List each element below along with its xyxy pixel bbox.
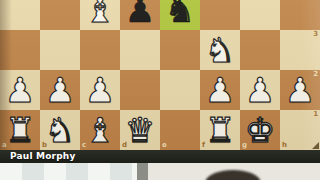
white-bishop[interactable]: ♝: [80, 0, 120, 30]
square-a1[interactable]: ♜a: [0, 110, 40, 150]
black-knight[interactable]: ♞: [160, 0, 200, 30]
square-b1[interactable]: ♞b: [40, 110, 80, 150]
caption-bar: Paul Morphy: [0, 150, 320, 163]
square-c3[interactable]: [80, 30, 120, 70]
black-pawn[interactable]: ♟: [120, 0, 160, 30]
square-f4[interactable]: [200, 0, 240, 30]
square-f3[interactable]: ♞: [200, 30, 240, 70]
square-g3[interactable]: [240, 30, 280, 70]
square-b4[interactable]: [40, 0, 80, 30]
white-knight[interactable]: ♞: [200, 30, 240, 70]
square-c2[interactable]: ♟: [80, 70, 120, 110]
file-label-a: a: [2, 142, 7, 149]
file-label-g: g: [242, 142, 247, 149]
white-pawn[interactable]: ♟: [80, 70, 120, 110]
square-b3[interactable]: [40, 30, 80, 70]
square-d1[interactable]: ♛d: [120, 110, 160, 150]
file-label-d: d: [122, 142, 127, 149]
square-b2[interactable]: ♟: [40, 70, 80, 110]
square-a3[interactable]: [0, 30, 40, 70]
webcam-left-edge: [137, 163, 148, 180]
white-pawn[interactable]: ♟: [200, 70, 240, 110]
webcam-video: [137, 163, 320, 180]
file-label-c: c: [82, 142, 86, 149]
rank-label-2: 2: [313, 71, 318, 78]
square-c1[interactable]: ♝c: [80, 110, 120, 150]
square-f2[interactable]: ♟: [200, 70, 240, 110]
square-e2[interactable]: [160, 70, 200, 110]
lower-video-strip: [0, 163, 137, 180]
square-h4[interactable]: 4: [280, 0, 320, 30]
square-f1[interactable]: ♜f: [200, 110, 240, 150]
person-head: [205, 170, 261, 180]
white-pawn[interactable]: ♟: [240, 70, 280, 110]
square-d4[interactable]: ♟: [120, 0, 160, 30]
board-grid: ♝♟♞4♞3♟♟♟♟♟♟2♜a♞b♝c♛de♜f♚g1h: [0, 0, 320, 150]
square-c4[interactable]: ♝: [80, 0, 120, 30]
square-g1[interactable]: ♚g: [240, 110, 280, 150]
white-pawn[interactable]: ♟: [40, 70, 80, 110]
chess-board: ♝♟♞4♞3♟♟♟♟♟♟2♜a♞b♝c♛de♜f♚g1h: [0, 0, 320, 150]
file-label-e: e: [162, 142, 167, 149]
square-g4[interactable]: [240, 0, 280, 30]
square-e1[interactable]: e: [160, 110, 200, 150]
file-label-f: f: [202, 142, 205, 149]
square-e4[interactable]: ♞: [160, 0, 200, 30]
white-pawn[interactable]: ♟: [0, 70, 40, 110]
player-name-text: Paul Morphy: [10, 151, 76, 161]
video-frame: ♝♟♞4♞3♟♟♟♟♟♟2♜a♞b♝c♛de♜f♚g1h Paul Morphy: [0, 0, 320, 180]
square-d3[interactable]: [120, 30, 160, 70]
square-g2[interactable]: ♟: [240, 70, 280, 110]
file-label-h: h: [282, 142, 287, 149]
white-rook[interactable]: ♜: [200, 110, 240, 150]
square-h2[interactable]: ♟2: [280, 70, 320, 110]
rank-label-3: 3: [313, 31, 318, 38]
square-e3[interactable]: [160, 30, 200, 70]
square-a2[interactable]: ♟: [0, 70, 40, 110]
file-label-b: b: [42, 142, 47, 149]
bottom-strip: [0, 163, 320, 180]
square-d2[interactable]: [120, 70, 160, 110]
rank-label-1: 1: [313, 111, 318, 118]
board-resize-handle-icon[interactable]: [312, 142, 319, 149]
square-a4[interactable]: [0, 0, 40, 30]
square-h3[interactable]: 3: [280, 30, 320, 70]
